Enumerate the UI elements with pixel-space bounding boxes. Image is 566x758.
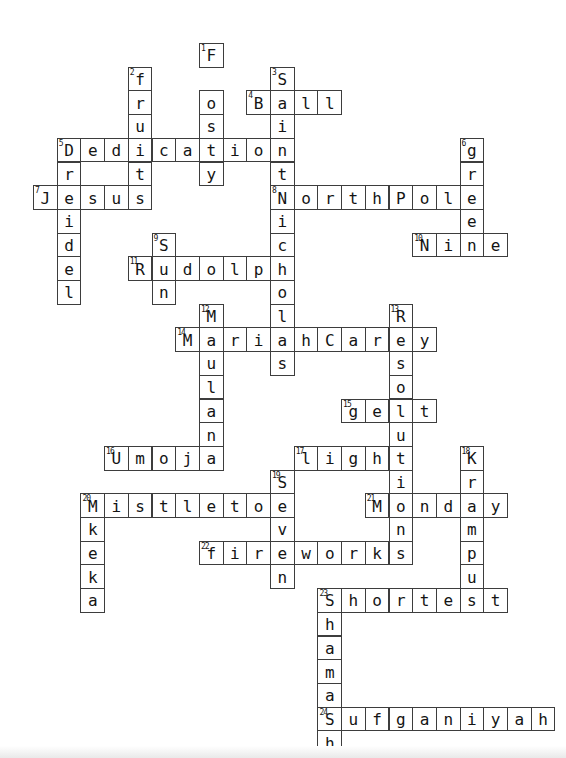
cell-letter: e: [278, 499, 288, 515]
cell-letter: i: [325, 451, 335, 467]
cell-r6c2: s: [80, 185, 105, 210]
cell-letter: d: [64, 238, 74, 254]
clue-number: 6: [462, 139, 466, 148]
cell-letter: y: [420, 333, 430, 349]
cell-r6c0: 7J: [33, 185, 58, 210]
cell-letter: n: [467, 238, 477, 254]
cell-letter: c: [159, 143, 169, 159]
cell-r8c1: d: [57, 233, 82, 258]
cell-r10c1: l: [57, 280, 82, 305]
cell-letter: o: [278, 285, 288, 301]
cell-r10c10: o: [270, 280, 295, 305]
cell-r20c18: m: [460, 517, 485, 542]
cell-letter: B: [254, 96, 264, 112]
cell-r13c10: s: [270, 351, 295, 376]
cell-r8c5: 9S: [152, 233, 177, 258]
cell-letter: s: [278, 356, 288, 372]
cell-r23c13: h: [341, 588, 366, 613]
cell-letter: e: [88, 546, 98, 562]
cell-r11c15: 13R: [389, 304, 414, 329]
cell-letter: m: [325, 665, 335, 681]
cell-letter: t: [135, 167, 145, 183]
clue-number: 18: [462, 447, 470, 456]
cell-letter: e: [64, 262, 74, 278]
cell-r28c17: n: [436, 707, 461, 732]
cell-r17c7: a: [199, 446, 224, 471]
cell-letter: h: [349, 593, 359, 609]
cell-letter: l: [443, 191, 453, 207]
cell-letter: g: [396, 712, 406, 728]
cell-r3c7: s: [199, 114, 224, 139]
cell-letter: u: [159, 262, 169, 278]
cell-r18c18: r: [460, 470, 485, 495]
cell-r9c7: o: [199, 256, 224, 281]
cell-r17c14: h: [365, 446, 390, 471]
cell-letter: r: [230, 333, 240, 349]
cell-letter: o: [254, 143, 264, 159]
cell-r14c15: o: [389, 375, 414, 400]
cell-letter: t: [159, 499, 169, 515]
cell-letter: J: [41, 191, 51, 207]
cell-letter: t: [420, 404, 430, 420]
cell-r4c3: d: [104, 138, 129, 163]
cell-r12c16: y: [412, 327, 437, 352]
cell-r23c17: e: [436, 588, 461, 613]
cell-r2c4: r: [128, 90, 153, 115]
cell-r21c13: r: [341, 541, 366, 566]
cell-letter: y: [491, 499, 501, 515]
clue-number: 13: [391, 305, 399, 314]
cell-letter: t: [349, 191, 359, 207]
cell-letter: y: [206, 167, 216, 183]
clue-number: 20: [82, 494, 90, 503]
cell-letter: c: [278, 238, 288, 254]
cell-letter: S: [159, 238, 169, 254]
cell-letter: a: [183, 143, 193, 159]
cell-r3c10: i: [270, 114, 295, 139]
cell-r6c1: e: [57, 185, 82, 210]
cell-r13c7: u: [199, 351, 224, 376]
cell-r14c7: l: [199, 375, 224, 400]
cell-letter: d: [443, 499, 453, 515]
cell-letter: i: [396, 475, 406, 491]
cell-r21c2: e: [80, 541, 105, 566]
cell-letter: n: [206, 428, 216, 444]
cell-letter: h: [372, 191, 382, 207]
cell-r11c10: l: [270, 304, 295, 329]
cell-letter: a: [206, 404, 216, 420]
cell-letter: l: [325, 96, 335, 112]
cell-letter: l: [230, 262, 240, 278]
cell-r28c12: 24S: [317, 707, 342, 732]
cell-r6c15: P: [389, 185, 414, 210]
cell-letter: u: [467, 570, 477, 586]
cell-letter: l: [278, 309, 288, 325]
cell-letter: r: [325, 191, 335, 207]
clue-number: 22: [201, 542, 209, 551]
cell-r17c11: 17l: [294, 446, 319, 471]
cell-letter: m: [135, 451, 145, 467]
page-bottom-shadow: [0, 746, 566, 758]
cell-letter: o: [206, 262, 216, 278]
cell-letter: o: [159, 451, 169, 467]
cell-r8c18: n: [460, 233, 485, 258]
cell-letter: m: [467, 522, 477, 538]
cell-r21c7: 22f: [199, 541, 224, 566]
cell-r23c18: s: [460, 588, 485, 613]
cell-r12c9: i: [246, 327, 271, 352]
clue-number: 9: [154, 234, 158, 243]
cell-r5c7: y: [199, 162, 224, 187]
cell-r28c14: f: [365, 707, 390, 732]
cell-letter: u: [349, 712, 359, 728]
cell-letter: e: [88, 143, 98, 159]
cell-r8c10: c: [270, 233, 295, 258]
cell-r8c19: e: [483, 233, 508, 258]
cell-letter: o: [301, 191, 311, 207]
cell-r8c16: 10N: [412, 233, 437, 258]
cell-r28c16: a: [412, 707, 437, 732]
cell-letter: j: [183, 451, 193, 467]
cell-r28c21: h: [531, 707, 556, 732]
cell-r28c15: g: [389, 707, 414, 732]
cell-letter: o: [372, 593, 382, 609]
cell-r4c1: 5D: [57, 138, 82, 163]
cell-letter: n: [443, 712, 453, 728]
cell-r16c15: u: [389, 422, 414, 447]
cell-letter: h: [301, 333, 311, 349]
cell-letter: r: [135, 96, 145, 112]
cell-r15c15: l: [389, 399, 414, 424]
cell-r19c7: e: [199, 493, 224, 518]
cell-letter: i: [278, 119, 288, 135]
cell-r6c11: o: [294, 185, 319, 210]
cell-r19c6: l: [175, 493, 200, 518]
cell-r4c8: i: [223, 138, 248, 163]
cell-letter: a: [278, 96, 288, 112]
cell-r4c9: o: [246, 138, 271, 163]
cell-r6c4: s: [128, 185, 153, 210]
cell-letter: e: [491, 238, 501, 254]
cell-r26c12: m: [317, 659, 342, 684]
cell-r12c7: a: [199, 327, 224, 352]
cell-letter: e: [372, 404, 382, 420]
clue-number: 17: [296, 447, 304, 456]
cell-r19c14: 21M: [365, 493, 390, 518]
cell-r21c8: i: [223, 541, 248, 566]
cell-r23c12: 23S: [317, 588, 342, 613]
cell-letter: r: [254, 546, 264, 562]
cell-r23c2: a: [80, 588, 105, 613]
cell-letter: l: [396, 404, 406, 420]
cell-letter: s: [135, 191, 145, 207]
cell-letter: o: [420, 191, 430, 207]
cell-r6c3: u: [104, 185, 129, 210]
cell-letter: i: [467, 712, 477, 728]
cell-r22c2: k: [80, 564, 105, 589]
cell-r12c8: r: [223, 327, 248, 352]
cell-r19c3: i: [104, 493, 129, 518]
cell-r6c18: e: [460, 185, 485, 210]
cell-r27c12: a: [317, 683, 342, 708]
cell-r5c1: r: [57, 162, 82, 187]
cell-r19c5: t: [152, 493, 177, 518]
clue-number: 15: [343, 400, 351, 409]
cell-r12c6: 14M: [175, 327, 200, 352]
cell-r16c7: n: [199, 422, 224, 447]
cell-letter: h: [538, 712, 548, 728]
cell-letter: l: [206, 380, 216, 396]
cell-letter: e: [443, 593, 453, 609]
cell-r22c10: n: [270, 564, 295, 589]
cell-letter: o: [396, 380, 406, 396]
cell-r12c11: h: [294, 327, 319, 352]
cell-letter: s: [135, 499, 145, 515]
cell-letter: n: [396, 522, 406, 538]
cell-r21c9: r: [246, 541, 271, 566]
cell-letter: i: [254, 333, 264, 349]
cell-letter: s: [88, 191, 98, 207]
cell-r4c4: i: [128, 138, 153, 163]
cell-r23c14: o: [365, 588, 390, 613]
cell-letter: u: [206, 356, 216, 372]
cell-r6c14: h: [365, 185, 390, 210]
clue-number: 2: [130, 68, 134, 77]
cell-r5c10: t: [270, 162, 295, 187]
cell-letter: s: [467, 593, 477, 609]
cell-letter: t: [396, 451, 406, 467]
cell-letter: i: [230, 143, 240, 159]
cell-letter: u: [112, 191, 122, 207]
cell-r11c7: 12M: [199, 304, 224, 329]
cell-r18c10: 19S: [270, 470, 295, 495]
cell-r9c9: p: [246, 256, 271, 281]
cell-r20c10: v: [270, 517, 295, 542]
cell-letter: a: [278, 333, 288, 349]
cell-r17c5: o: [152, 446, 177, 471]
cell-r15c14: e: [365, 399, 390, 424]
cell-letter: h: [325, 617, 335, 633]
cell-letter: a: [206, 451, 216, 467]
cell-r22c18: u: [460, 564, 485, 589]
cell-r4c10: n: [270, 138, 295, 163]
cell-r6c12: r: [317, 185, 342, 210]
cell-letter: i: [230, 546, 240, 562]
cell-letter: P: [396, 191, 406, 207]
cell-r5c4: t: [128, 162, 153, 187]
cell-r6c17: l: [436, 185, 461, 210]
cell-letter: a: [349, 333, 359, 349]
cell-r20c15: n: [389, 517, 414, 542]
cell-letter: k: [88, 570, 98, 586]
clue-number: 16: [106, 447, 114, 456]
cell-letter: s: [396, 546, 406, 562]
cell-letter: r: [467, 167, 477, 183]
cell-letter: d: [183, 262, 193, 278]
cell-letter: D: [64, 143, 74, 159]
cell-letter: a: [88, 593, 98, 609]
cell-r19c18: a: [460, 493, 485, 518]
cell-letter: k: [372, 546, 382, 562]
cell-r15c16: t: [412, 399, 437, 424]
cell-letter: f: [372, 712, 382, 728]
cell-letter: g: [349, 451, 359, 467]
cell-letter: a: [420, 712, 430, 728]
cell-letter: v: [278, 522, 288, 538]
cell-r19c2: 20M: [80, 493, 105, 518]
cell-letter: r: [64, 167, 74, 183]
cell-letter: a: [467, 499, 477, 515]
cell-r21c12: o: [317, 541, 342, 566]
cell-r10c5: n: [152, 280, 177, 305]
cell-letter: l: [183, 499, 193, 515]
clue-number: 7: [35, 186, 39, 195]
clue-number: 10: [414, 234, 422, 243]
cell-letter: g: [467, 143, 477, 159]
cell-letter: u: [396, 428, 406, 444]
cell-letter: i: [278, 214, 288, 230]
cell-r0c7: 1F: [199, 43, 224, 68]
cell-letter: t: [420, 593, 430, 609]
cell-r21c11: w: [294, 541, 319, 566]
cell-r4c5: c: [152, 138, 177, 163]
cell-letter: p: [254, 262, 264, 278]
cell-letter: a: [515, 712, 525, 728]
cell-letter: o: [325, 546, 335, 562]
cell-r20c2: k: [80, 517, 105, 542]
cell-r15c13: 15g: [341, 399, 366, 424]
cell-r28c13: u: [341, 707, 366, 732]
cell-letter: e: [396, 333, 406, 349]
cell-r7c18: e: [460, 209, 485, 234]
cell-r28c19: y: [483, 707, 508, 732]
cell-r9c5: u: [152, 256, 177, 281]
cell-letter: s: [396, 356, 406, 372]
cell-r24c12: h: [317, 612, 342, 637]
cell-letter: o: [396, 499, 406, 515]
cell-letter: w: [301, 546, 311, 562]
cell-r7c1: i: [57, 209, 82, 234]
cell-r19c16: n: [412, 493, 437, 518]
cell-r19c9: o: [246, 493, 271, 518]
crossword-board: 1F2f3Sro4Ballusi5Dedication6grtytr7Jesus…: [33, 43, 556, 756]
cell-letter: F: [206, 48, 216, 64]
clue-number: 21: [367, 494, 375, 503]
cell-letter: e: [278, 546, 288, 562]
cell-r9c1: e: [57, 256, 82, 281]
cell-r19c19: y: [483, 493, 508, 518]
cell-r25c12: a: [317, 636, 342, 661]
cell-r9c10: h: [270, 256, 295, 281]
cell-r23c19: t: [483, 588, 508, 613]
clue-number: 24: [319, 708, 327, 717]
cell-letter: e: [467, 214, 477, 230]
clue-number: 23: [319, 589, 327, 598]
cell-r12c10: a: [270, 327, 295, 352]
cell-r15c7: a: [199, 399, 224, 424]
clue-number: 12: [201, 305, 209, 314]
cell-r12c13: a: [341, 327, 366, 352]
cell-r7c10: i: [270, 209, 295, 234]
cell-letter: a: [325, 688, 335, 704]
cell-r21c18: p: [460, 541, 485, 566]
cell-letter: t: [491, 593, 501, 609]
cell-r2c9: 4B: [246, 90, 271, 115]
cell-r17c3: 16U: [104, 446, 129, 471]
cell-r1c4: 2f: [128, 67, 153, 92]
cell-r21c14: k: [365, 541, 390, 566]
cell-r17c15: t: [389, 446, 414, 471]
cell-letter: t: [206, 143, 216, 159]
cell-letter: n: [278, 570, 288, 586]
cell-letter: y: [491, 712, 501, 728]
cell-r13c15: s: [389, 351, 414, 376]
cell-letter: e: [467, 191, 477, 207]
cell-letter: i: [443, 238, 453, 254]
cell-r9c6: d: [175, 256, 200, 281]
cell-r18c15: i: [389, 470, 414, 495]
cell-r12c15: e: [389, 327, 414, 352]
cell-r17c4: m: [128, 446, 153, 471]
cell-letter: e: [64, 191, 74, 207]
clue-number: 19: [272, 471, 280, 480]
cell-r28c18: i: [460, 707, 485, 732]
cell-letter: o: [206, 96, 216, 112]
cell-r2c12: l: [317, 90, 342, 115]
cell-letter: k: [88, 522, 98, 538]
cell-letter: i: [135, 143, 145, 159]
clue-number: 11: [130, 257, 138, 266]
cell-r28c20: a: [507, 707, 532, 732]
cell-r4c6: a: [175, 138, 200, 163]
cell-letter: S: [278, 72, 288, 88]
cell-letter: l: [301, 96, 311, 112]
cell-r6c16: o: [412, 185, 437, 210]
cell-r17c12: i: [317, 446, 342, 471]
clue-number: 1: [201, 44, 205, 53]
cell-r17c6: j: [175, 446, 200, 471]
cell-letter: d: [112, 143, 122, 159]
cell-r21c15: s: [389, 541, 414, 566]
cell-r19c4: s: [128, 493, 153, 518]
cell-letter: o: [254, 499, 264, 515]
cell-r19c15: o: [389, 493, 414, 518]
cell-r4c2: e: [80, 138, 105, 163]
cell-r21c10: e: [270, 541, 295, 566]
cell-letter: r: [349, 546, 359, 562]
cell-letter: i: [64, 214, 74, 230]
cell-letter: n: [159, 285, 169, 301]
cell-letter: h: [278, 262, 288, 278]
cell-letter: u: [135, 119, 145, 135]
clue-number: 8: [272, 186, 276, 195]
cell-r19c17: d: [436, 493, 461, 518]
cell-r2c10: a: [270, 90, 295, 115]
cell-letter: p: [467, 546, 477, 562]
cell-letter: l: [64, 285, 74, 301]
cell-r19c8: t: [223, 493, 248, 518]
cell-r17c18: 18K: [460, 446, 485, 471]
cell-letter: r: [467, 475, 477, 491]
cell-letter: t: [278, 167, 288, 183]
cell-letter: i: [112, 499, 122, 515]
cell-r12c14: r: [365, 327, 390, 352]
cell-r3c4: u: [128, 114, 153, 139]
clue-number: 4: [248, 91, 252, 100]
cell-letter: h: [372, 451, 382, 467]
cell-r23c15: r: [389, 588, 414, 613]
cell-letter: C: [325, 333, 335, 349]
